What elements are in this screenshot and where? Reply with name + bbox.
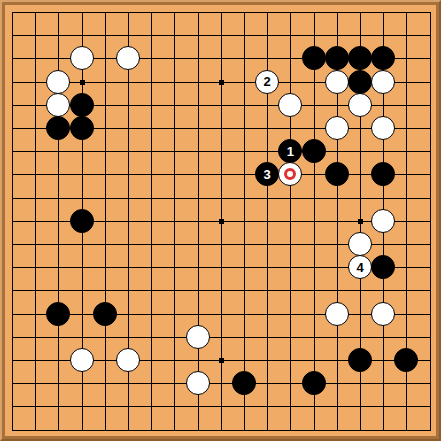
stone-black-C14 — [46, 116, 70, 140]
stone-white-N12 — [278, 162, 302, 186]
stone-white-P14 — [325, 116, 349, 140]
star-point — [219, 80, 224, 85]
stone-black-R8 — [371, 255, 395, 279]
stone-white-J3 — [186, 371, 210, 395]
star-point — [219, 358, 224, 363]
move-number-label: 1 — [287, 144, 294, 159]
move-number-label: 3 — [264, 167, 271, 182]
grid-line-vertical — [430, 12, 431, 431]
stone-white-F4 — [116, 348, 140, 372]
stone-black-O3 — [302, 371, 326, 395]
stone-black-P12 — [325, 162, 349, 186]
grid-line-horizontal — [12, 383, 431, 384]
stone-white-C16 — [46, 70, 70, 94]
move-number-label: 4 — [356, 260, 363, 275]
stone-white-R6 — [371, 302, 395, 326]
stone-white-J5 — [186, 325, 210, 349]
stone-white-Q9 — [348, 232, 372, 256]
stone-black-R12 — [371, 162, 395, 186]
grid-line-horizontal — [12, 314, 431, 315]
stone-black-N13: 1 — [278, 139, 302, 163]
stone-white-D4 — [70, 348, 94, 372]
stone-black-Q17 — [348, 46, 372, 70]
stone-black-M12: 3 — [255, 162, 279, 186]
star-point — [358, 219, 363, 224]
red-circle-marker — [284, 168, 296, 180]
stone-white-P6 — [325, 302, 349, 326]
stone-white-R14 — [371, 116, 395, 140]
star-point — [80, 80, 85, 85]
star-point — [219, 219, 224, 224]
stone-white-D17 — [70, 46, 94, 70]
stone-white-Q15 — [348, 93, 372, 117]
stone-black-Q16 — [348, 70, 372, 94]
stone-black-P17 — [325, 46, 349, 70]
stone-white-R10 — [371, 209, 395, 233]
grid-line-vertical — [244, 12, 245, 431]
grid-line-vertical — [290, 12, 291, 431]
stone-white-F17 — [116, 46, 140, 70]
grid-line-horizontal — [12, 337, 431, 338]
stone-white-P16 — [325, 70, 349, 94]
stone-black-C6 — [46, 302, 70, 326]
stone-white-M16: 2 — [255, 70, 279, 94]
stone-black-R17 — [371, 46, 395, 70]
grid-line-horizontal — [12, 406, 431, 407]
stone-black-O13 — [302, 139, 326, 163]
stone-black-D14 — [70, 116, 94, 140]
grid-line-horizontal — [12, 290, 431, 291]
grid-line-vertical — [314, 12, 315, 431]
board-grid: 2134 — [0, 0, 441, 441]
stone-black-Q4 — [348, 348, 372, 372]
stone-black-D10 — [70, 209, 94, 233]
stone-white-Q8: 4 — [348, 255, 372, 279]
stone-black-D15 — [70, 93, 94, 117]
stone-white-R16 — [371, 70, 395, 94]
stone-black-E6 — [93, 302, 117, 326]
stone-black-O17 — [302, 46, 326, 70]
move-number-label: 2 — [264, 74, 271, 89]
stone-white-C15 — [46, 93, 70, 117]
go-board: 2134 — [0, 0, 441, 441]
stone-black-L3 — [232, 371, 256, 395]
stone-white-N15 — [278, 93, 302, 117]
stone-black-S4 — [394, 348, 418, 372]
grid-line-horizontal — [12, 430, 431, 431]
